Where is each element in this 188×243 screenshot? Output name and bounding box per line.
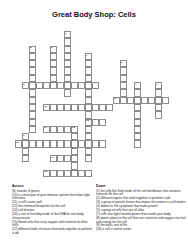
grid-cell[interactable]: [78, 170, 85, 177]
grid-cell[interactable]: [64, 126, 71, 133]
grid-cell[interactable]: [22, 148, 29, 155]
grid-cell[interactable]: [92, 119, 99, 126]
grid-cell[interactable]: [85, 148, 92, 155]
grid-cell[interactable]: 11: [113, 97, 120, 104]
grid-cell[interactable]: 13: [43, 170, 50, 177]
clue-item: (10) a critical part of your immune syst…: [12, 192, 94, 199]
grid-cell[interactable]: [29, 67, 36, 74]
clue-item: (14) a unit of heredity made of the DNA …: [12, 212, 94, 219]
grid-cell[interactable]: 5: [120, 60, 127, 67]
clue-number: 1: [65, 32, 66, 35]
clue-item: (15) blood cells that carry oxygen and n…: [12, 219, 94, 226]
grid-cell[interactable]: [162, 97, 169, 104]
grid-cell[interactable]: [29, 60, 36, 67]
grid-cell[interactable]: [57, 140, 64, 147]
grid-cell[interactable]: 7: [85, 53, 92, 60]
grid-cell[interactable]: [120, 67, 127, 74]
across-clues-section: Across (6) strands of genes(10) a critic…: [12, 184, 94, 234]
clue-number: 4: [135, 83, 136, 86]
grid-cell[interactable]: [134, 126, 141, 133]
grid-cell[interactable]: [29, 97, 36, 104]
clue-number: 11: [114, 97, 117, 100]
clue-number: 6: [23, 83, 24, 86]
grid-cell[interactable]: [50, 75, 57, 82]
grid-cell[interactable]: [92, 104, 99, 111]
grid-cell[interactable]: [64, 82, 71, 89]
grid-cell[interactable]: [92, 82, 99, 89]
grid-cell[interactable]: [71, 155, 78, 162]
grid-cell[interactable]: [71, 148, 78, 155]
grid-cell[interactable]: [106, 104, 113, 111]
grid-cell[interactable]: [57, 126, 64, 133]
grid-cell[interactable]: [64, 60, 71, 67]
grid-cell[interactable]: [29, 140, 36, 147]
grid-cell[interactable]: 6: [22, 82, 29, 89]
grid-cell[interactable]: [99, 140, 106, 147]
grid-cell[interactable]: [155, 97, 162, 104]
page-title: Great Body Shop: Cells: [0, 10, 188, 19]
grid-cell[interactable]: [36, 82, 43, 89]
grid-cell[interactable]: [22, 140, 29, 147]
grid-cell[interactable]: 3: [155, 82, 162, 89]
grid-cell[interactable]: [29, 89, 36, 96]
grid-cell[interactable]: 4: [134, 82, 141, 89]
grid-cell[interactable]: [71, 170, 78, 177]
grid-cell[interactable]: [134, 133, 141, 140]
grid-cell[interactable]: [92, 140, 99, 147]
grid-cell[interactable]: [43, 140, 50, 147]
grid-cell[interactable]: [141, 97, 148, 104]
grid-cell[interactable]: [29, 53, 36, 60]
grid-cell[interactable]: [64, 140, 71, 147]
grid-cell[interactable]: [64, 89, 71, 96]
grid-cell[interactable]: [99, 104, 106, 111]
grid-cell[interactable]: [57, 82, 64, 89]
grid-cell[interactable]: [85, 104, 92, 111]
grid-cell[interactable]: 15: [15, 140, 22, 147]
grid-cell[interactable]: 16: [71, 126, 78, 133]
grid-cell[interactable]: [134, 111, 141, 118]
grid-cell[interactable]: [120, 82, 127, 89]
clue-number: 5: [121, 61, 122, 64]
grid-cell[interactable]: [85, 170, 92, 177]
clue-number: 8: [30, 46, 31, 49]
grid-cell[interactable]: [50, 67, 57, 74]
grid-cell[interactable]: [64, 53, 71, 60]
clue-item: (8) power plants in the cell that turn n…: [96, 216, 186, 223]
grid-cell[interactable]: 14: [50, 155, 57, 162]
grid-cell[interactable]: 9: [22, 133, 29, 140]
clue-number: 12: [86, 119, 89, 122]
across-clue-list: (6) strands of genes(10) a critical part…: [12, 189, 94, 235]
grid-cell[interactable]: [50, 53, 57, 60]
clue-number: 10: [44, 105, 47, 108]
grid-cell[interactable]: 2: [50, 46, 57, 53]
grid-cell[interactable]: [99, 119, 106, 126]
grid-cell[interactable]: [57, 155, 64, 162]
grid-cell[interactable]: [85, 75, 92, 82]
grid-cell[interactable]: [64, 104, 71, 111]
grid-cell[interactable]: [29, 75, 36, 82]
grid-cell[interactable]: [134, 89, 141, 96]
clue-number: 14: [51, 156, 54, 159]
grid-cell[interactable]: [50, 170, 57, 177]
grid-cell[interactable]: 17: [43, 126, 50, 133]
clue-number: 7: [86, 54, 87, 57]
clue-number: 17: [44, 126, 47, 129]
grid-cell[interactable]: [71, 82, 78, 89]
grid-cell[interactable]: 10: [43, 104, 50, 111]
grid-cell[interactable]: [155, 104, 162, 111]
grid-cell[interactable]: [36, 140, 43, 147]
grid-cell[interactable]: [85, 82, 92, 89]
clue-number: 9: [23, 134, 24, 137]
grid-cell[interactable]: [64, 170, 71, 177]
grid-cell[interactable]: [29, 111, 36, 118]
grid-cell[interactable]: [85, 89, 92, 96]
grid-cell[interactable]: [64, 155, 71, 162]
grid-cell[interactable]: [29, 104, 36, 111]
grid-cell[interactable]: 1: [64, 31, 71, 38]
grid-cell[interactable]: [64, 38, 71, 45]
grid-cell[interactable]: [64, 46, 71, 53]
clue-number: 15: [16, 141, 19, 144]
grid-cell[interactable]: [43, 82, 50, 89]
grid-cell[interactable]: [78, 82, 85, 89]
grid-cell[interactable]: [50, 82, 57, 89]
grid-cell[interactable]: 8: [29, 46, 36, 53]
grid-cell[interactable]: [120, 75, 127, 82]
clue-number: 16: [72, 126, 75, 129]
clue-item: (17) different kinds of tissues that wor…: [12, 227, 94, 234]
grid-cell[interactable]: [78, 104, 85, 111]
across-header: Across: [12, 184, 94, 188]
grid-cell[interactable]: [85, 133, 92, 140]
grid-cell[interactable]: [134, 97, 141, 104]
grid-cell[interactable]: [50, 104, 57, 111]
grid-cell[interactable]: [120, 89, 127, 96]
grid-cell[interactable]: [64, 75, 71, 82]
grid-cell[interactable]: [85, 155, 92, 162]
grid-cell[interactable]: [134, 104, 141, 111]
grid-cell[interactable]: [148, 97, 155, 104]
grid-cell[interactable]: [57, 104, 64, 111]
grid-cell[interactable]: [85, 140, 92, 147]
grid-cell[interactable]: [155, 89, 162, 96]
grid-cell[interactable]: [57, 170, 64, 177]
grid-cell[interactable]: [71, 133, 78, 140]
grid-cell[interactable]: [71, 162, 78, 169]
down-clues-section: Down (1) the jelly-like fluid inside of …: [96, 184, 186, 231]
grid-cell[interactable]: [29, 119, 36, 126]
crossword-page: { "title": "Great Body Shop: Cells", "ga…: [0, 0, 188, 243]
down-header: Down: [96, 184, 186, 188]
clue-number: 2: [51, 46, 52, 49]
clue-number: 13: [44, 170, 47, 173]
down-clue-list: (1) the jelly-like fluid inside of the c…: [96, 189, 186, 231]
grid-cell[interactable]: [29, 126, 36, 133]
grid-cell[interactable]: [120, 97, 127, 104]
clue-item: (16) a cell's control center: [96, 227, 186, 231]
grid-cell[interactable]: [71, 104, 78, 111]
grid-cell[interactable]: [85, 67, 92, 74]
grid-cell[interactable]: [50, 126, 57, 133]
grid-cell[interactable]: [85, 97, 92, 104]
grid-cell[interactable]: [85, 126, 92, 133]
grid-cell[interactable]: [64, 67, 71, 74]
grid-cell[interactable]: [85, 111, 92, 118]
grid-cell[interactable]: [50, 60, 57, 67]
clue-number: 3: [156, 83, 157, 86]
grid-cell[interactable]: 12: [85, 119, 92, 126]
grid-cell[interactable]: [50, 140, 57, 147]
clue-item: (1) the jelly-like fluid inside of the c…: [96, 189, 186, 196]
grid-cell[interactable]: [85, 60, 92, 67]
grid-cell[interactable]: [78, 140, 85, 147]
crossword-grid: 1827564311101217169151413: [15, 31, 169, 177]
grid-cell[interactable]: [29, 82, 36, 89]
grid-cell[interactable]: [134, 140, 141, 147]
grid-cell[interactable]: [22, 155, 29, 162]
grid-cell[interactable]: [71, 140, 78, 147]
grid-cell[interactable]: [134, 119, 141, 126]
grid-cell[interactable]: [127, 97, 134, 104]
grid-cell[interactable]: [155, 111, 162, 118]
